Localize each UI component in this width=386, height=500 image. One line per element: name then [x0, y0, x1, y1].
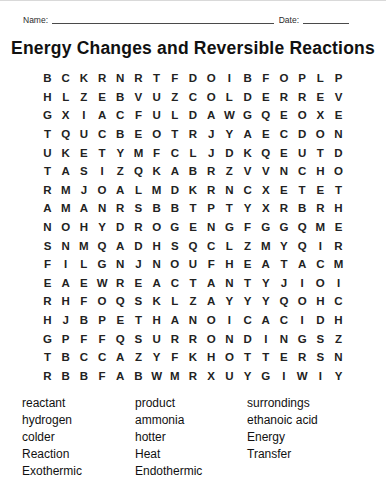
grid-cell: O	[293, 292, 311, 311]
grid-cell: C	[57, 69, 75, 88]
grid-cell: A	[166, 311, 184, 330]
grid-cell: S	[129, 292, 147, 311]
word-list-item: hydrogen	[22, 412, 135, 429]
grid-cell: I	[275, 367, 293, 386]
word-list-item: colder	[22, 429, 135, 446]
grid-cell: T	[238, 348, 256, 367]
word-list-item: Reaction	[22, 446, 135, 463]
grid-cell: M	[75, 236, 93, 255]
grid-cell: N	[220, 181, 238, 200]
grid-cell: Y	[238, 367, 256, 386]
grid-cell: F	[38, 255, 56, 274]
grid-cell: E	[75, 143, 93, 162]
grid-cell: G	[257, 367, 275, 386]
grid-cell: B	[111, 88, 129, 107]
grid-cell: H	[220, 255, 238, 274]
grid-cell: F	[129, 106, 147, 125]
page-title: Energy Changes and Reversible Reactions	[0, 38, 386, 59]
grid-cell: O	[220, 348, 238, 367]
grid-cell: R	[38, 292, 56, 311]
grid-cell: B	[129, 367, 147, 386]
grid-cell: A	[57, 162, 75, 181]
grid-cell: T	[184, 199, 202, 218]
grid-cell: R	[202, 162, 220, 181]
grid-cell: Z	[329, 329, 347, 348]
grid-cell: J	[202, 143, 220, 162]
grid-cell: I	[93, 162, 111, 181]
grid-cell: K	[238, 143, 256, 162]
grid-cell: R	[275, 88, 293, 107]
grid-cell: G	[93, 255, 111, 274]
grid-cell: J	[129, 255, 147, 274]
word-list-item: Energy	[247, 429, 318, 446]
grid-cell: D	[220, 143, 238, 162]
grid-cell: B	[148, 199, 166, 218]
word-list-item: product	[135, 395, 247, 412]
grid-cell: D	[129, 236, 147, 255]
grid-cell: C	[238, 311, 256, 330]
grid-cell: K	[148, 162, 166, 181]
grid-cell: B	[184, 162, 202, 181]
grid-cell: N	[220, 329, 238, 348]
grid-cell: O	[293, 106, 311, 125]
grid-cell: Y	[275, 236, 293, 255]
grid-cell: C	[311, 255, 329, 274]
header: Name: Date:	[0, 1, 386, 25]
grid-cell: E	[311, 181, 329, 200]
grid-cell: N	[57, 236, 75, 255]
grid-cell: C	[75, 348, 93, 367]
grid-cell: Q	[111, 329, 129, 348]
word-bank-column-3: surrondingsethanoic acidEnergyTransfer	[247, 395, 318, 480]
grid-cell: Q	[57, 125, 75, 144]
grid-cell: I	[311, 367, 329, 386]
grid-cell: G	[166, 218, 184, 237]
grid-cell: T	[93, 143, 111, 162]
grid-cell: L	[166, 106, 184, 125]
grid-cell: P	[93, 311, 111, 330]
grid-cell: C	[275, 125, 293, 144]
grid-cell: W	[293, 367, 311, 386]
grid-cell: O	[202, 311, 220, 330]
grid-cell: R	[38, 367, 56, 386]
grid-cell: F	[75, 292, 93, 311]
grid-cell: X	[57, 106, 75, 125]
grid-cell: L	[220, 88, 238, 107]
grid-cell: I	[257, 329, 275, 348]
date-blank-line	[303, 14, 349, 24]
grid-cell: G	[38, 329, 56, 348]
grid-cell: O	[93, 292, 111, 311]
grid-cell: N	[93, 199, 111, 218]
grid-cell: G	[38, 106, 56, 125]
grid-cell: P	[202, 199, 220, 218]
grid-cell: M	[148, 181, 166, 200]
grid-cell: F	[93, 367, 111, 386]
grid-cell: T	[220, 199, 238, 218]
grid-cell: W	[220, 106, 238, 125]
grid-cell: C	[202, 236, 220, 255]
grid-cell: C	[275, 311, 293, 330]
grid-cell: B	[238, 69, 256, 88]
grid-cell: S	[311, 348, 329, 367]
grid-cell: L	[75, 255, 93, 274]
grid-cell: T	[311, 143, 329, 162]
grid-cell: R	[184, 367, 202, 386]
grid-cell: F	[166, 348, 184, 367]
word-list-item: surrondings	[247, 395, 318, 412]
grid-cell: T	[129, 311, 147, 330]
grid-cell: Z	[75, 88, 93, 107]
grid-cell: A	[111, 236, 129, 255]
grid-cell: R	[184, 125, 202, 144]
grid-cell: L	[129, 181, 147, 200]
grid-cell: E	[275, 143, 293, 162]
word-list-item: hotter	[135, 429, 247, 446]
grid-cell: Y	[93, 218, 111, 237]
grid-cell: R	[166, 329, 184, 348]
grid-cell: P	[57, 329, 75, 348]
grid-cell: E	[38, 274, 56, 293]
grid-cell: I	[220, 69, 238, 88]
grid-cell: A	[166, 162, 184, 181]
grid-cell: S	[166, 236, 184, 255]
grid-cell: Z	[220, 162, 238, 181]
grid-cell: E	[184, 218, 202, 237]
word-list-item: Exothermic	[22, 463, 135, 480]
word-list-item: Heat	[135, 446, 247, 463]
grid-cell: H	[202, 348, 220, 367]
grid-cell: Y	[329, 367, 347, 386]
grid-cell: N	[275, 329, 293, 348]
grid-cell: X	[257, 181, 275, 200]
grid-cell: X	[311, 106, 329, 125]
grid-cell: Q	[93, 236, 111, 255]
grid-cell: H	[38, 88, 56, 107]
word-list-item: ammonia	[135, 412, 247, 429]
grid-cell: O	[329, 162, 347, 181]
grid-cell: A	[111, 348, 129, 367]
grid-cell: A	[202, 106, 220, 125]
grid-cell: O	[202, 88, 220, 107]
grid-cell: H	[148, 311, 166, 330]
grid-cell: R	[329, 236, 347, 255]
grid-cell: Y	[111, 143, 129, 162]
grid-cell: Y	[257, 292, 275, 311]
grid-cell: A	[38, 199, 56, 218]
grid-cell: O	[148, 218, 166, 237]
grid-cell: D	[184, 106, 202, 125]
grid-cell: T	[166, 125, 184, 144]
grid-cell: N	[111, 255, 129, 274]
grid-cell: T	[329, 181, 347, 200]
grid-cell: U	[293, 143, 311, 162]
grid-cell: C	[93, 125, 111, 144]
grid-cell: L	[220, 236, 238, 255]
grid-cell: D	[238, 329, 256, 348]
grid-cell: M	[129, 143, 147, 162]
grid-cell: C	[238, 181, 256, 200]
grid-cell: O	[202, 69, 220, 88]
grid-cell: D	[238, 88, 256, 107]
grid-cell: S	[129, 329, 147, 348]
grid-cell: R	[311, 199, 329, 218]
grid-cell: N	[184, 311, 202, 330]
grid-cell: O	[275, 69, 293, 88]
grid-cell: Z	[184, 292, 202, 311]
grid-cell: A	[111, 181, 129, 200]
grid-cell: Y	[238, 292, 256, 311]
grid-cell: Y	[220, 292, 238, 311]
grid-cell: Z	[166, 88, 184, 107]
grid-cell: A	[238, 125, 256, 144]
grid-cell: U	[38, 143, 56, 162]
grid-cell: O	[311, 125, 329, 144]
grid-cell: M	[329, 255, 347, 274]
grid-cell: Q	[257, 106, 275, 125]
grid-cell: R	[38, 181, 56, 200]
grid-cell: B	[57, 367, 75, 386]
grid-cell: C	[293, 162, 311, 181]
grid-cell: B	[293, 199, 311, 218]
grid-cell: A	[257, 311, 275, 330]
grid-cell: A	[93, 106, 111, 125]
grid-cell: I	[75, 106, 93, 125]
grid-cell: M	[166, 367, 184, 386]
grid-cell: Q	[275, 292, 293, 311]
grid-cell: R	[202, 181, 220, 200]
grid-cell: A	[293, 255, 311, 274]
grid-cell: G	[275, 218, 293, 237]
grid-cell: H	[329, 199, 347, 218]
grid-cell: E	[75, 274, 93, 293]
grid-cell: R	[275, 199, 293, 218]
grid-cell: U	[148, 329, 166, 348]
word-bank: reactanthydrogencolderReactionExothermic…	[0, 385, 386, 480]
grid-cell: N	[148, 255, 166, 274]
grid-cell: V	[238, 162, 256, 181]
grid-cell: U	[220, 367, 238, 386]
grid-cell: G	[220, 218, 238, 237]
grid-cell: E	[329, 106, 347, 125]
grid-cell: Y	[257, 274, 275, 293]
grid-cell: D	[184, 69, 202, 88]
worksheet-page: Name: Date: Energy Changes and Reversibl…	[0, 0, 386, 500]
grid-cell: A	[75, 199, 93, 218]
grid-cell: I	[220, 311, 238, 330]
word-list-item: reactant	[22, 395, 135, 412]
grid-cell: M	[311, 218, 329, 237]
grid-cell: N	[38, 218, 56, 237]
grid-cell: N	[329, 348, 347, 367]
grid-cell: X	[202, 367, 220, 386]
grid-cell: L	[311, 69, 329, 88]
grid-cell: A	[111, 367, 129, 386]
grid-cell: C	[166, 274, 184, 293]
grid-cell: E	[129, 274, 147, 293]
name-label: Name:	[23, 15, 48, 25]
grid-cell: R	[129, 69, 147, 88]
grid-cell: F	[238, 218, 256, 237]
grid-cell: E	[93, 88, 111, 107]
grid-cell: M	[57, 181, 75, 200]
word-grid: BCKRNRTFDOIBFOPLPHLZEBVUZCOLDERREVGXIACF…	[38, 69, 347, 385]
grid-cell: C	[166, 143, 184, 162]
grid-cell: Q	[293, 218, 311, 237]
grid-cell: Y	[238, 199, 256, 218]
grid-cell: G	[238, 106, 256, 125]
grid-cell: D	[293, 125, 311, 144]
grid-cell: C	[111, 106, 129, 125]
grid-cell: O	[93, 181, 111, 200]
grid-cell: L	[166, 292, 184, 311]
grid-cell: I	[329, 274, 347, 293]
word-list-item: ethanoic acid	[247, 412, 318, 429]
grid-cell: H	[148, 236, 166, 255]
grid-cell: H	[329, 311, 347, 330]
date-label: Date:	[279, 15, 299, 25]
grid-cell: O	[202, 329, 220, 348]
grid-cell: K	[75, 69, 93, 88]
grid-cell: S	[311, 329, 329, 348]
grid-cell: T	[38, 162, 56, 181]
grid-cell: T	[238, 274, 256, 293]
grid-cell: E	[275, 106, 293, 125]
grid-cell: A	[202, 274, 220, 293]
grid-cell: R	[111, 199, 129, 218]
grid-cell: V	[257, 162, 275, 181]
grid-cell: G	[257, 218, 275, 237]
grid-cell: H	[75, 218, 93, 237]
grid-cell: Q	[111, 292, 129, 311]
grid-cell: J	[75, 181, 93, 200]
grid-cell: G	[293, 329, 311, 348]
grid-cell: H	[311, 162, 329, 181]
grid-cell: A	[202, 292, 220, 311]
grid-cell: E	[257, 125, 275, 144]
grid-cell: V	[129, 88, 147, 107]
grid-cell: D	[311, 311, 329, 330]
grid-cell: W	[93, 274, 111, 293]
grid-cell: U	[184, 255, 202, 274]
grid-cell: Z	[129, 348, 147, 367]
grid-cell: O	[166, 255, 184, 274]
grid-cell: U	[148, 88, 166, 107]
grid-cell: T	[275, 255, 293, 274]
grid-cell: B	[38, 69, 56, 88]
word-list-item: Endothermic	[135, 463, 247, 480]
grid-cell: O	[148, 125, 166, 144]
grid-cell: Z	[238, 236, 256, 255]
grid-cell: O	[57, 218, 75, 237]
grid-cell: W	[148, 367, 166, 386]
grid-cell: J	[275, 274, 293, 293]
grid-cell: D	[166, 181, 184, 200]
grid-cell: C	[93, 348, 111, 367]
grid-cell: N	[202, 218, 220, 237]
grid-cell: E	[311, 88, 329, 107]
grid-cell: U	[75, 125, 93, 144]
grid-cell: H	[57, 292, 75, 311]
grid-cell: B	[111, 125, 129, 144]
grid-cell: K	[148, 292, 166, 311]
grid-cell: F	[166, 69, 184, 88]
grid-cell: J	[202, 125, 220, 144]
grid-cell: M	[57, 199, 75, 218]
grid-cell: D	[111, 218, 129, 237]
name-blank-line	[52, 14, 274, 24]
grid-cell: T	[293, 181, 311, 200]
grid-cell: N	[111, 69, 129, 88]
grid-cell: S	[75, 162, 93, 181]
grid-cell: Y	[148, 348, 166, 367]
grid-cell: T	[38, 348, 56, 367]
grid-cell: A	[257, 255, 275, 274]
grid-cell: F	[148, 143, 166, 162]
grid-cell: K	[57, 143, 75, 162]
grid-cell: Z	[111, 162, 129, 181]
grid-cell: S	[38, 236, 56, 255]
grid-cell: L	[184, 143, 202, 162]
grid-cell: Q	[129, 162, 147, 181]
grid-cell: B	[57, 348, 75, 367]
grid-cell: P	[293, 69, 311, 88]
grid-cell: I	[293, 274, 311, 293]
word-bank-column-1: reactanthydrogencolderReactionExothermic	[22, 395, 135, 480]
grid-cell: T	[257, 348, 275, 367]
grid-cell: V	[329, 88, 347, 107]
grid-cell: F	[75, 329, 93, 348]
grid-cell: Y	[220, 125, 238, 144]
grid-cell: X	[257, 199, 275, 218]
grid-cell: O	[311, 274, 329, 293]
grid-cell: B	[75, 367, 93, 386]
grid-cell: U	[148, 106, 166, 125]
grid-cell: T	[184, 274, 202, 293]
grid-cell: K	[184, 181, 202, 200]
grid-cell: E	[329, 218, 347, 237]
grid-cell: E	[129, 125, 147, 144]
grid-cell: F	[202, 255, 220, 274]
grid-cell: E	[111, 311, 129, 330]
grid-cell: F	[93, 329, 111, 348]
word-list-item: Transfer	[247, 446, 318, 463]
grid-cell: L	[57, 88, 75, 107]
grid-cell: R	[293, 348, 311, 367]
grid-cell: E	[257, 88, 275, 107]
grid-cell: R	[93, 69, 111, 88]
grid-cell: T	[38, 125, 56, 144]
grid-cell: E	[275, 181, 293, 200]
grid-cell: F	[257, 69, 275, 88]
grid-cell: N	[329, 125, 347, 144]
grid-cell: Q	[257, 143, 275, 162]
grid-cell: C	[184, 88, 202, 107]
grid-cell: D	[329, 143, 347, 162]
grid-cell: E	[238, 255, 256, 274]
grid-cell: Q	[184, 236, 202, 255]
grid-cell: R	[184, 329, 202, 348]
grid-cell: K	[184, 348, 202, 367]
grid-cell: I	[311, 236, 329, 255]
grid-cell: E	[275, 348, 293, 367]
grid-cell: N	[220, 274, 238, 293]
grid-cell: Q	[293, 236, 311, 255]
grid-cell: H	[38, 311, 56, 330]
grid-cell: B	[166, 199, 184, 218]
grid-cell: S	[129, 199, 147, 218]
grid-cell: C	[329, 292, 347, 311]
